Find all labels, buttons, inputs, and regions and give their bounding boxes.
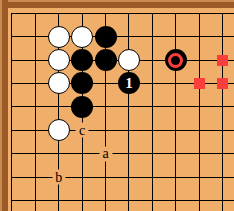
- black-stone: [95, 26, 117, 48]
- board-point: [70, 25, 93, 48]
- board-point: [70, 189, 93, 211]
- board-point: [187, 189, 210, 211]
- board-point: [117, 95, 140, 118]
- board-point: [187, 48, 210, 71]
- board-point: [164, 72, 187, 95]
- board-border-top: [0, 0, 234, 8]
- board-point: [94, 119, 117, 142]
- black-stone-circle-marked: [165, 49, 187, 71]
- board-point: [164, 25, 187, 48]
- point-label-b: b: [52, 170, 65, 185]
- board-point: [24, 48, 47, 71]
- board-point: [117, 119, 140, 142]
- board-point: [117, 25, 140, 48]
- white-stone: [48, 72, 70, 94]
- board-point: 1: [117, 72, 140, 95]
- point-label-c: c: [76, 123, 89, 138]
- white-stone: [118, 49, 140, 71]
- board-point: [141, 48, 164, 71]
- black-stone: [71, 96, 93, 118]
- board-point: [211, 119, 234, 142]
- board-point: [141, 72, 164, 95]
- board-point: [187, 95, 210, 118]
- board-point: b: [47, 165, 70, 188]
- board-point: [24, 142, 47, 165]
- board-point: [70, 142, 93, 165]
- white-stone: [48, 119, 70, 141]
- board-point: [70, 72, 93, 95]
- board-point: [47, 189, 70, 211]
- board-point: [187, 165, 210, 188]
- board-point: [94, 48, 117, 71]
- board-point: [94, 165, 117, 188]
- move-number-label: 1: [125, 75, 133, 90]
- board-point: [164, 119, 187, 142]
- board-point: [141, 119, 164, 142]
- board-point: [211, 165, 234, 188]
- board-point: [187, 25, 210, 48]
- board-border-left: [0, 0, 8, 211]
- board-point: [117, 48, 140, 71]
- board-point: [211, 142, 234, 165]
- point-label-a: a: [99, 146, 112, 161]
- board-point: [24, 189, 47, 211]
- black-stone: [71, 49, 93, 71]
- board-point: [117, 189, 140, 211]
- square-marker-icon: [217, 78, 228, 89]
- white-stone: [48, 49, 70, 71]
- board-point: c: [70, 119, 93, 142]
- board-point: [47, 142, 70, 165]
- board-point: [141, 95, 164, 118]
- board-point: [164, 189, 187, 211]
- board-point: [70, 95, 93, 118]
- board-point: a: [94, 142, 117, 165]
- board-point: [164, 95, 187, 118]
- board-point: [211, 189, 234, 211]
- square-marker-icon: [194, 78, 205, 89]
- board-point: [24, 119, 47, 142]
- board-point: [164, 165, 187, 188]
- black-stone: [71, 72, 93, 94]
- board-point: [211, 95, 234, 118]
- board-point: [47, 119, 70, 142]
- board-point: [47, 25, 70, 48]
- square-marker-icon: [217, 55, 228, 66]
- board-point: [187, 142, 210, 165]
- board-point: [164, 142, 187, 165]
- board-point: [117, 142, 140, 165]
- board-point: [211, 25, 234, 48]
- board-point: [94, 25, 117, 48]
- board-point: [187, 72, 210, 95]
- black-stone-move-1: 1: [118, 72, 140, 94]
- circle-marker-icon: [168, 53, 183, 68]
- board-point: [24, 165, 47, 188]
- board-point: [141, 25, 164, 48]
- board-grid: 1cab: [0, 2, 234, 211]
- black-stone: [95, 49, 117, 71]
- board-point: [94, 189, 117, 211]
- go-board-diagram: 1cab: [0, 0, 234, 211]
- board-point: [47, 72, 70, 95]
- board-point: [141, 142, 164, 165]
- white-stone: [71, 26, 93, 48]
- board-point: [70, 48, 93, 71]
- board-point: [164, 48, 187, 71]
- board-point: [141, 189, 164, 211]
- board-point: [94, 72, 117, 95]
- board-point: [211, 72, 234, 95]
- board-point: [70, 165, 93, 188]
- board-point: [47, 95, 70, 118]
- board-point: [94, 95, 117, 118]
- board-point: [141, 165, 164, 188]
- white-stone: [48, 26, 70, 48]
- board-point: [47, 48, 70, 71]
- board-point: [187, 119, 210, 142]
- board-point: [211, 48, 234, 71]
- board-point: [24, 25, 47, 48]
- board-point: [117, 165, 140, 188]
- board-point: [24, 72, 47, 95]
- board-point: [24, 95, 47, 118]
